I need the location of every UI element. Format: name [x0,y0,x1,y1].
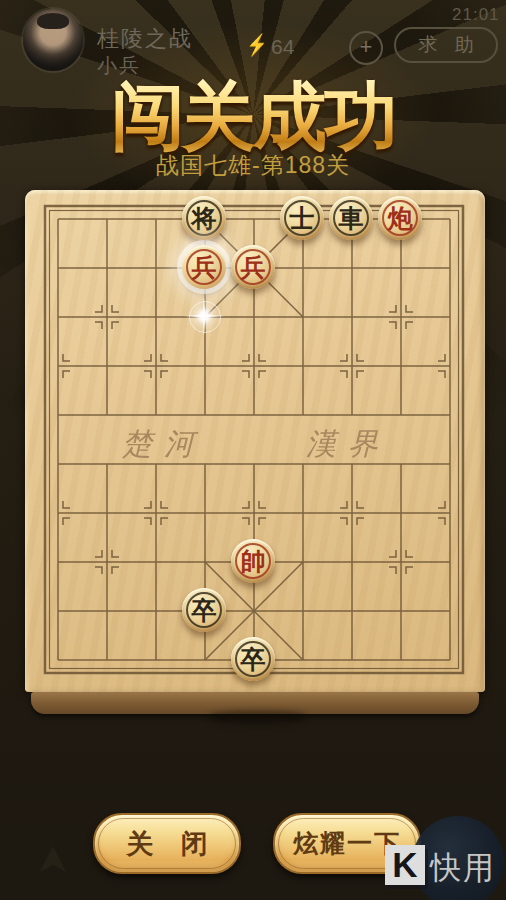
piece-glyph: 炮 [388,206,413,231]
black-pawn-piece[interactable]: 卒 [231,637,275,681]
piece-glyph: 卒 [241,647,266,672]
piece-glyph: 士 [290,206,315,231]
piece-glyph: 帥 [241,549,266,574]
add-energy-button[interactable]: + [349,31,383,65]
piece-glyph: 卒 [192,598,217,623]
river-label-left: 楚河 [122,424,206,460]
piece-glyph: 兵 [192,255,217,280]
energy-count: 64 [271,35,294,59]
energy-bolt-icon: ⚡ [247,33,268,57]
piece-glyph: 車 [339,206,364,231]
piece-glyph: 兵 [241,255,266,280]
clock: 21:01 [452,5,500,25]
red-cannon-piece[interactable]: 炮 [378,196,422,240]
black-general-piece[interactable]: 将 [182,196,226,240]
avatar[interactable] [23,9,83,71]
help-button[interactable]: 求 助 [394,27,498,63]
board-shadow [210,711,306,724]
kuaiyong-logo-icon: K [385,845,425,885]
black-chariot-piece[interactable]: 車 [329,196,373,240]
red-general-piece[interactable]: 帥 [231,539,275,583]
red-pawn-piece[interactable]: 兵 [231,245,275,289]
close-button[interactable]: 关 闭 [93,813,241,874]
battle-title: 桂陵之战 [97,24,193,54]
river-label-right: 漢界 [306,424,390,460]
black-pawn-piece[interactable]: 卒 [182,588,226,632]
black-advisor-piece[interactable]: 士 [280,196,324,240]
expand-arrow-icon[interactable] [34,838,74,878]
kuaiyong-watermark: 快用 [430,847,496,889]
piece-glyph: 将 [192,206,217,231]
app-screen: 桂陵之战 小兵 ⚡ 64 + 求 助 21:01 闯关成功 战国七雄-第188关… [0,0,506,900]
red-pawn-piece[interactable]: 兵 [182,245,226,289]
level-label: 战国七雄-第188关 [0,150,506,181]
